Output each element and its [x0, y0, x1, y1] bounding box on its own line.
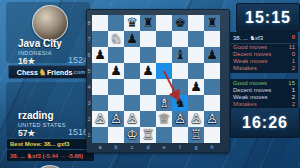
board-square-g2[interactable]: ♙	[188, 111, 204, 127]
board-square-g8[interactable]	[188, 15, 204, 31]
board-square-b3[interactable]	[108, 95, 124, 111]
file-labels: abcdefgh	[92, 142, 220, 151]
stat-label: Decent moves	[233, 51, 271, 58]
board-square-c2[interactable]: ♙	[124, 111, 140, 127]
board-square-f6[interactable]: ♝	[172, 47, 188, 63]
board-square-f5[interactable]	[172, 63, 188, 79]
player-card-bottom: rzading UNITED STATES 57★ 1516	[6, 82, 90, 138]
board-square-f4[interactable]	[172, 79, 188, 95]
board-square-g5[interactable]	[188, 63, 204, 79]
board-square-h1[interactable]	[204, 127, 220, 143]
board-square-d1[interactable]: ♖	[140, 127, 156, 143]
player-rating-top: 1524	[58, 55, 88, 65]
board-square-e5[interactable]	[156, 63, 172, 79]
board-square-d4[interactable]	[140, 79, 156, 95]
board-square-d5[interactable]: ♟	[140, 63, 156, 79]
board-square-a2[interactable]: ♙	[92, 111, 108, 127]
board-square-c5[interactable]	[124, 63, 140, 79]
player-level-bottom: 57★	[18, 128, 35, 138]
move-quality-panel-bottom: Good moves15Decent moves1Weak moves2Mist…	[230, 79, 298, 109]
chess-piece-b2[interactable]: ♙	[108, 111, 124, 127]
stat-row-decent-moves: Decent moves1	[230, 87, 298, 94]
file-label-a: a	[92, 142, 108, 151]
board-grid: ♛♜♚♜♘♟♟♝♟♟♟♟♗♞♙♙♙♕♙♙♙♔♖♖	[92, 15, 220, 143]
board-square-e1[interactable]	[156, 127, 172, 143]
file-label-d: d	[140, 142, 156, 151]
board-square-c7[interactable]: ♟	[124, 31, 140, 47]
stat-value: 1	[292, 87, 295, 94]
logo-text-com: .com	[72, 69, 85, 75]
chess-piece-e2[interactable]: ♕	[156, 111, 172, 127]
avatar-bottom-player[interactable]	[33, 165, 67, 168]
clock-top-player: 15:15	[236, 3, 300, 32]
board-square-e4[interactable]	[156, 79, 172, 95]
board-square-h5[interactable]	[204, 63, 220, 79]
avatar-top-player[interactable]	[32, 5, 68, 41]
player-rating-bottom: 1516	[58, 127, 88, 137]
board-square-f7[interactable]	[172, 31, 188, 47]
board-square-c8[interactable]: ♛	[124, 15, 140, 31]
player-card-top: Java City INDONESIA 16★ 1524	[6, 2, 90, 63]
stat-value: 15	[288, 80, 295, 87]
board-square-d8[interactable]: ♜	[140, 15, 156, 31]
clock-bottom-player: 16:26	[230, 107, 300, 138]
chess-piece-h6[interactable]: ♟	[204, 47, 220, 63]
stat-label: Good moves	[233, 44, 267, 51]
board-square-b8[interactable]	[108, 15, 124, 31]
board-square-h7[interactable]	[204, 31, 220, 47]
panel-header-move: 38. ... ♞xf3 0	[230, 33, 298, 44]
stat-row-weak-moves: Weak moves2	[230, 94, 298, 101]
chess-piece-g4[interactable]: ♟	[188, 79, 204, 95]
stat-label: Decent moves	[233, 87, 271, 94]
chess-piece-f8[interactable]: ♚	[172, 15, 188, 31]
file-label-b: b	[108, 142, 124, 151]
stat-row-good-moves: Good moves11	[230, 44, 298, 51]
board-square-g4[interactable]: ♟	[188, 79, 204, 95]
chess-piece-b7[interactable]: ♘	[108, 31, 124, 47]
chess-piece-f3[interactable]: ♞	[172, 95, 188, 111]
chess-piece-c1[interactable]: ♔	[124, 127, 140, 143]
logo-text-chess: Chess	[17, 69, 38, 76]
header-move-value: 0	[292, 34, 295, 41]
board-square-c4[interactable]	[124, 79, 140, 95]
board-square-h4[interactable]	[204, 79, 220, 95]
board-square-c6[interactable]	[124, 47, 140, 63]
board-square-a3[interactable]	[92, 95, 108, 111]
chess-piece-e3[interactable]: ♗	[156, 95, 172, 111]
played-move-text: 38. ... ♞xf3 (-5.44 → -5.86)	[7, 150, 94, 161]
board-square-d7[interactable]	[140, 31, 156, 47]
chess-piece-c8[interactable]: ♛	[124, 15, 140, 31]
file-label-e: e	[156, 142, 172, 151]
game-screen: Java City INDONESIA 16★ 1524 Chess♞Frien…	[0, 0, 300, 168]
board-square-a1[interactable]	[92, 127, 108, 143]
stat-row-mistakes: Mistakes2	[230, 65, 298, 72]
stat-label: Mistakes	[233, 65, 257, 72]
board-square-e2[interactable]: ♕	[156, 111, 172, 127]
board-square-h3[interactable]	[204, 95, 220, 111]
board-square-e3[interactable]: ♗	[156, 95, 172, 111]
board-square-f3[interactable]: ♞	[172, 95, 188, 111]
chess-piece-c7[interactable]: ♟	[124, 31, 140, 47]
chess-piece-a2[interactable]: ♙	[92, 111, 108, 127]
stat-value: 11	[289, 44, 295, 51]
board-square-a8[interactable]	[92, 15, 108, 31]
board-square-b1[interactable]	[108, 127, 124, 143]
stat-row-decent-moves: Decent moves0	[230, 51, 298, 58]
board-square-a4[interactable]	[92, 79, 108, 95]
board-square-a7[interactable]	[92, 31, 108, 47]
stat-value: 1	[292, 58, 295, 65]
chess-piece-d1[interactable]: ♖	[140, 127, 156, 143]
board-square-g3[interactable]	[188, 95, 204, 111]
board-square-b2[interactable]: ♙	[108, 111, 124, 127]
board-square-d6[interactable]	[140, 47, 156, 63]
knight-logo-icon: ♞	[39, 68, 46, 77]
chess-piece-f2[interactable]: ♙	[172, 111, 188, 127]
board-square-b5[interactable]: ♟	[108, 63, 124, 79]
board-square-e7[interactable]	[156, 31, 172, 47]
stat-row-good-moves: Good moves15	[230, 80, 298, 87]
chess-piece-d8[interactable]: ♜	[140, 15, 156, 31]
board-square-e8[interactable]	[156, 15, 172, 31]
board-square-f2[interactable]: ♙	[172, 111, 188, 127]
file-label-c: c	[124, 142, 140, 151]
chess-piece-h2[interactable]: ♙	[204, 111, 220, 127]
stat-row-weak-moves: Weak moves1	[230, 58, 298, 65]
stat-label: Good moves	[233, 80, 267, 87]
chess-piece-a6[interactable]: ♟	[92, 47, 108, 63]
file-label-g: g	[188, 142, 204, 151]
board-square-c3[interactable]	[124, 95, 140, 111]
board-square-a6[interactable]: ♟	[92, 47, 108, 63]
board-square-b6[interactable]	[108, 47, 124, 63]
board-square-g7[interactable]	[188, 31, 204, 47]
chess-piece-h8[interactable]: ♜	[204, 15, 220, 31]
stat-label: Weak moves	[233, 94, 268, 101]
chess-piece-f6[interactable]: ♝	[172, 47, 188, 63]
chess-piece-b5[interactable]: ♟	[108, 63, 124, 79]
file-label-h: h	[204, 142, 220, 151]
board-square-d3[interactable]	[140, 95, 156, 111]
board-square-e6[interactable]	[156, 47, 172, 63]
board-square-h6[interactable]: ♟	[204, 47, 220, 63]
board-square-g6[interactable]	[188, 47, 204, 63]
site-logo[interactable]: Chess♞Friends.com	[8, 65, 94, 79]
chess-piece-g1[interactable]: ♖	[188, 127, 204, 143]
chess-piece-g2[interactable]: ♙	[188, 111, 204, 127]
chess-piece-d5[interactable]: ♟	[140, 63, 156, 79]
stat-label: Weak moves	[233, 58, 268, 65]
board-square-g1[interactable]: ♖	[188, 127, 204, 143]
board-square-d2[interactable]	[140, 111, 156, 127]
move-quality-panel-top: 38. ... ♞xf3 0 Good moves11Decent moves0…	[230, 32, 298, 73]
board-square-c1[interactable]: ♔	[124, 127, 140, 143]
stat-value: 0	[292, 51, 295, 58]
player-name-top[interactable]: Java City	[18, 38, 62, 49]
board-square-h2[interactable]: ♙	[204, 111, 220, 127]
board-square-f8[interactable]: ♚	[172, 15, 188, 31]
file-label-f: f	[172, 142, 188, 151]
board-square-h8[interactable]: ♜	[204, 15, 220, 31]
stat-value: 2	[292, 65, 295, 72]
stat-value: 2	[292, 94, 295, 101]
chess-piece-c2[interactable]: ♙	[124, 111, 140, 127]
player-name-bottom[interactable]: rzading	[18, 110, 54, 121]
board-square-b7[interactable]: ♘	[108, 31, 124, 47]
board-square-a5[interactable]	[92, 63, 108, 79]
board-square-f1[interactable]	[172, 127, 188, 143]
logo-text-friends: Friends	[47, 69, 72, 76]
board-square-b4[interactable]	[108, 79, 124, 95]
best-move-text: Best Move: 38... gxf3	[7, 139, 94, 149]
header-move-text: 38. ... ♞xf3	[233, 34, 263, 41]
